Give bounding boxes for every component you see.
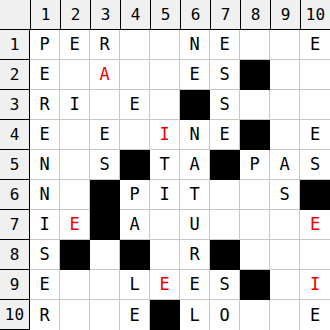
cell-r3-c8[interactable] — [240, 90, 270, 120]
cell-r1-c8[interactable] — [240, 30, 270, 60]
col-header-7: 7 — [210, 0, 240, 30]
black-cell-r9-c8 — [240, 270, 270, 300]
cell-r8-c10[interactable] — [300, 240, 330, 270]
cell-r4-c6[interactable]: N — [180, 120, 210, 150]
cell-r8-c9[interactable] — [270, 240, 300, 270]
black-cell-r5-c7 — [210, 150, 240, 180]
cell-r9-c5[interactable]: E — [150, 270, 180, 300]
black-cell-r5-c4 — [120, 150, 150, 180]
cell-r5-c5[interactable]: T — [150, 150, 180, 180]
cell-r10-c9[interactable] — [270, 300, 300, 330]
col-header-10: 10 — [300, 0, 330, 30]
cell-r6-c8[interactable] — [240, 180, 270, 210]
cell-r3-c7[interactable]: S — [210, 90, 240, 120]
cell-r2-c6[interactable]: E — [180, 60, 210, 90]
black-cell-r6-c3 — [90, 180, 120, 210]
cell-r7-c5[interactable] — [150, 210, 180, 240]
cell-r9-c3[interactable] — [90, 270, 120, 300]
cell-r3-c1[interactable]: R — [30, 90, 60, 120]
cell-r9-c9[interactable] — [270, 270, 300, 300]
cell-r4-c9[interactable] — [270, 120, 300, 150]
col-header-1: 1 — [30, 0, 60, 30]
cell-r6-c2[interactable] — [60, 180, 90, 210]
cell-r1-c6[interactable]: N — [180, 30, 210, 60]
row-header-10: 10 — [0, 300, 30, 330]
row-header-9: 9 — [0, 270, 30, 300]
black-cell-r8-c2 — [60, 240, 90, 270]
cell-r8-c3[interactable] — [90, 240, 120, 270]
cell-r1-c7[interactable]: E — [210, 30, 240, 60]
col-header-5: 5 — [150, 0, 180, 30]
cell-r1-c2[interactable]: E — [60, 30, 90, 60]
cell-r6-c7[interactable] — [210, 180, 240, 210]
cell-r3-c5[interactable] — [150, 90, 180, 120]
col-header-4: 4 — [120, 0, 150, 30]
cell-r5-c6[interactable]: A — [180, 150, 210, 180]
cell-r1-c3[interactable]: R — [90, 30, 120, 60]
col-header-2: 2 — [60, 0, 90, 30]
cell-r5-c8[interactable]: P — [240, 150, 270, 180]
cell-r7-c7[interactable] — [210, 210, 240, 240]
cell-r9-c4[interactable]: L — [120, 270, 150, 300]
col-header-6: 6 — [180, 0, 210, 30]
cell-r7-c6[interactable]: U — [180, 210, 210, 240]
cell-r8-c8[interactable] — [240, 240, 270, 270]
cell-r5-c3[interactable]: S — [90, 150, 120, 180]
cell-r10-c10[interactable]: E — [300, 300, 330, 330]
cell-r5-c2[interactable] — [60, 150, 90, 180]
cell-r6-c1[interactable]: N — [30, 180, 60, 210]
cell-r7-c9[interactable] — [270, 210, 300, 240]
cell-r6-c6[interactable]: T — [180, 180, 210, 210]
cell-r9-c1[interactable]: E — [30, 270, 60, 300]
cell-r5-c10[interactable]: S — [300, 150, 330, 180]
cell-r5-c9[interactable]: A — [270, 150, 300, 180]
col-header-3: 3 — [90, 0, 120, 30]
black-cell-r3-c6 — [180, 90, 210, 120]
black-cell-r10-c5 — [150, 300, 180, 330]
cell-r1-c5[interactable] — [150, 30, 180, 60]
cell-r7-c1[interactable]: I — [30, 210, 60, 240]
cell-r4-c2[interactable] — [60, 120, 90, 150]
col-header-8: 8 — [240, 0, 270, 30]
crossword-board: 123456789101PERNEE2EAES3RIES4EEINEE5NSTA… — [0, 0, 330, 330]
cell-r3-c10[interactable] — [300, 90, 330, 120]
cell-r3-c3[interactable] — [90, 90, 120, 120]
cell-r10-c7[interactable]: O — [210, 300, 240, 330]
cell-r4-c3[interactable]: E — [90, 120, 120, 150]
cell-r6-c4[interactable]: P — [120, 180, 150, 210]
cell-r8-c5[interactable] — [150, 240, 180, 270]
black-cell-r8-c7 — [210, 240, 240, 270]
row-header-7: 7 — [0, 210, 30, 240]
cell-r7-c10[interactable]: E — [300, 210, 330, 240]
cell-r7-c4[interactable]: A — [120, 210, 150, 240]
row-header-8: 8 — [0, 240, 30, 270]
cell-r10-c3[interactable] — [90, 300, 120, 330]
cell-r2-c3[interactable]: A — [90, 60, 120, 90]
cell-r7-c8[interactable] — [240, 210, 270, 240]
cell-r2-c9[interactable] — [270, 60, 300, 90]
black-cell-r2-c8 — [240, 60, 270, 90]
black-cell-r4-c8 — [240, 120, 270, 150]
cell-r5-c1[interactable]: N — [30, 150, 60, 180]
cell-r2-c2[interactable] — [60, 60, 90, 90]
cell-r6-c5[interactable]: I — [150, 180, 180, 210]
black-cell-r6-c10 — [300, 180, 330, 210]
row-header-3: 3 — [0, 90, 30, 120]
cell-r2-c4[interactable] — [120, 60, 150, 90]
black-cell-r8-c4 — [120, 240, 150, 270]
cell-r2-c7[interactable]: S — [210, 60, 240, 90]
cell-r2-c5[interactable] — [150, 60, 180, 90]
cell-r4-c10[interactable]: E — [300, 120, 330, 150]
col-header-9: 9 — [270, 0, 300, 30]
cell-r10-c2[interactable] — [60, 300, 90, 330]
cell-r10-c6[interactable]: L — [180, 300, 210, 330]
cell-r7-c2[interactable]: E — [60, 210, 90, 240]
cell-r3-c4[interactable]: E — [120, 90, 150, 120]
black-cell-r7-c3 — [90, 210, 120, 240]
cell-r9-c7[interactable]: S — [210, 270, 240, 300]
cell-r4-c4[interactable] — [120, 120, 150, 150]
cell-r3-c9[interactable] — [270, 90, 300, 120]
cell-r8-c1[interactable]: S — [30, 240, 60, 270]
cell-r8-c6[interactable]: R — [180, 240, 210, 270]
cell-r1-c1[interactable]: P — [30, 30, 60, 60]
cell-r10-c4[interactable]: E — [120, 300, 150, 330]
corner-cell — [0, 0, 30, 30]
cell-r4-c5[interactable]: I — [150, 120, 180, 150]
row-header-1: 1 — [0, 30, 30, 60]
cell-r10-c8[interactable] — [240, 300, 270, 330]
cell-r2-c1[interactable]: E — [30, 60, 60, 90]
cell-r1-c9[interactable] — [270, 30, 300, 60]
cell-r1-c10[interactable]: E — [300, 30, 330, 60]
cell-r4-c7[interactable]: E — [210, 120, 240, 150]
cell-r6-c9[interactable]: S — [270, 180, 300, 210]
cell-r9-c10[interactable]: I — [300, 270, 330, 300]
row-header-6: 6 — [0, 180, 30, 210]
cell-r9-c2[interactable] — [60, 270, 90, 300]
row-header-2: 2 — [0, 60, 30, 90]
row-header-5: 5 — [0, 150, 30, 180]
cell-r1-c4[interactable] — [120, 30, 150, 60]
cell-r10-c1[interactable]: R — [30, 300, 60, 330]
row-header-4: 4 — [0, 120, 30, 150]
cell-r4-c1[interactable]: E — [30, 120, 60, 150]
cell-r2-c10[interactable] — [300, 60, 330, 90]
cell-r3-c2[interactable]: I — [60, 90, 90, 120]
cell-r9-c6[interactable]: E — [180, 270, 210, 300]
